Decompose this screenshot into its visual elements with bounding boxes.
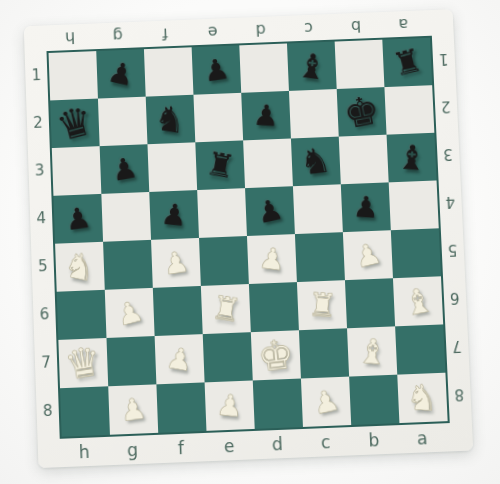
- square-a4[interactable]: [389, 180, 439, 230]
- black-rook-piece[interactable]: ♜: [389, 44, 425, 82]
- rank-label-right-3: 3: [443, 145, 453, 163]
- square-h8[interactable]: [60, 386, 110, 436]
- file-label-bottom-g: g: [127, 440, 139, 461]
- square-e6[interactable]: ♜: [201, 284, 251, 334]
- square-f8[interactable]: [156, 382, 206, 432]
- rank-label-right-7: 7: [452, 337, 462, 355]
- square-e5[interactable]: [199, 236, 249, 286]
- square-g2[interactable]: [98, 97, 148, 147]
- file-label-bottom-c: c: [321, 432, 331, 453]
- square-c8[interactable]: ♟: [301, 377, 351, 427]
- square-b3[interactable]: [339, 135, 389, 185]
- square-h1[interactable]: [49, 51, 98, 100]
- file-label-bottom-d: d: [272, 434, 284, 455]
- white-pawn-piece[interactable]: ♟: [215, 390, 244, 422]
- square-c2[interactable]: [289, 89, 339, 138]
- square-d8[interactable]: [253, 379, 303, 429]
- square-e4[interactable]: [197, 188, 247, 238]
- square-f7[interactable]: ♟: [155, 334, 205, 384]
- square-a2[interactable]: [384, 85, 434, 134]
- file-label-top-e: e: [208, 22, 219, 41]
- white-pawn-piece[interactable]: ♟: [257, 243, 286, 275]
- rank-label-left-3: 3: [35, 161, 45, 179]
- square-a6[interactable]: ♝: [393, 276, 443, 326]
- square-e8[interactable]: ♟: [205, 380, 255, 430]
- square-a8[interactable]: ♞: [397, 373, 447, 423]
- rank-label-left-5: 5: [38, 257, 48, 275]
- square-b5[interactable]: ♟: [343, 230, 393, 280]
- white-bishop-piece[interactable]: ♝: [356, 333, 389, 370]
- white-pawn-piece[interactable]: ♟: [113, 295, 146, 330]
- file-label-bottom-a: a: [417, 428, 428, 449]
- square-b1[interactable]: [335, 40, 385, 89]
- rank-label-right-6: 6: [450, 289, 460, 307]
- product-photo-background: hgfedcba 12345678 ♟♟♝♜♛♞♟♚♟♜♞♝♟♟♟♟♞♟♟♟♟♜…: [0, 0, 500, 484]
- file-label-top-a: a: [398, 14, 409, 33]
- square-g6[interactable]: ♟: [105, 288, 155, 338]
- white-rook-piece[interactable]: ♜: [307, 288, 338, 322]
- rank-label-right-2: 2: [441, 97, 451, 115]
- white-queen-piece[interactable]: ♛: [62, 340, 104, 386]
- square-h5[interactable]: ♞: [55, 242, 105, 292]
- square-g3[interactable]: ♟: [100, 144, 150, 194]
- white-pawn-piece[interactable]: ♟: [161, 246, 191, 279]
- square-f1[interactable]: [144, 47, 194, 96]
- black-queen-piece[interactable]: ♛: [52, 99, 97, 147]
- square-h6[interactable]: [57, 290, 107, 340]
- square-d2[interactable]: ♟: [241, 91, 291, 140]
- file-label-bottom-e: e: [224, 436, 235, 457]
- square-e3[interactable]: ♜: [195, 140, 245, 190]
- square-f2[interactable]: ♞: [146, 95, 196, 145]
- black-knight-piece[interactable]: ♞: [152, 100, 188, 139]
- black-king-piece[interactable]: ♚: [340, 89, 383, 135]
- square-h2[interactable]: ♛: [50, 99, 99, 149]
- square-d1[interactable]: [239, 43, 289, 92]
- square-a3[interactable]: ♝: [387, 133, 437, 183]
- square-b6[interactable]: [345, 278, 395, 328]
- square-h7[interactable]: ♛: [58, 338, 108, 388]
- square-g7[interactable]: [106, 336, 156, 386]
- square-d4[interactable]: ♟: [245, 186, 295, 236]
- black-pawn-piece[interactable]: ♟: [105, 57, 136, 90]
- file-label-top-c: c: [303, 18, 313, 37]
- black-rook-piece[interactable]: ♜: [203, 147, 237, 183]
- file-label-top-b: b: [350, 16, 361, 35]
- black-bishop-piece[interactable]: ♝: [395, 139, 428, 175]
- file-label-top-f: f: [162, 24, 168, 43]
- file-label-top-g: g: [112, 26, 123, 45]
- square-d6[interactable]: [249, 282, 299, 332]
- chess-mat: hgfedcba 12345678 ♟♟♝♜♛♞♟♚♟♜♞♝♟♟♟♟♞♟♟♟♟♜…: [24, 9, 473, 468]
- rank-label-left-6: 6: [39, 305, 49, 323]
- white-pawn-piece[interactable]: ♟: [310, 384, 342, 419]
- square-g4[interactable]: [101, 192, 151, 242]
- rank-label-right-5: 5: [448, 241, 458, 259]
- square-g5[interactable]: [103, 240, 153, 290]
- rank-label-left-8: 8: [43, 402, 53, 421]
- rank-label-left-7: 7: [41, 353, 51, 372]
- square-h4[interactable]: ♟: [53, 194, 103, 244]
- square-c3[interactable]: ♞: [291, 137, 341, 187]
- black-pawn-piece[interactable]: ♟: [252, 100, 280, 130]
- square-b2[interactable]: ♚: [337, 87, 387, 136]
- square-b4[interactable]: ♟: [341, 182, 391, 232]
- white-bishop-piece[interactable]: ♝: [400, 282, 437, 321]
- square-f3[interactable]: [147, 142, 197, 192]
- square-a1[interactable]: ♜: [382, 38, 432, 87]
- black-bishop-piece[interactable]: ♝: [295, 48, 329, 85]
- white-pawn-piece[interactable]: ♟: [164, 343, 195, 376]
- square-h3[interactable]: [52, 146, 102, 196]
- square-e7[interactable]: [203, 332, 253, 382]
- square-f4[interactable]: ♟: [149, 190, 199, 240]
- square-c1[interactable]: ♝: [287, 42, 337, 91]
- square-b7[interactable]: ♝: [347, 326, 397, 376]
- file-label-top-d: d: [255, 20, 266, 39]
- chess-board: ♟♟♝♜♛♞♟♚♟♜♞♝♟♟♟♟♞♟♟♟♟♜♜♝♛♟♚♝♟♟♟♞: [46, 36, 449, 439]
- file-label-bottom-b: b: [368, 430, 380, 451]
- square-c5[interactable]: [295, 232, 345, 282]
- square-c4[interactable]: [293, 184, 343, 234]
- rank-label-right-1: 1: [439, 50, 449, 68]
- rank-label-left-2: 2: [33, 114, 43, 132]
- file-label-bottom-f: f: [178, 438, 185, 458]
- square-d3[interactable]: [243, 138, 293, 188]
- square-g1[interactable]: ♟: [96, 49, 145, 98]
- black-pawn-piece[interactable]: ♟: [63, 203, 93, 235]
- white-king-piece[interactable]: ♚: [255, 333, 296, 378]
- rank-label-left-4: 4: [36, 209, 46, 227]
- black-pawn-piece[interactable]: ♟: [109, 153, 140, 186]
- square-a7[interactable]: [395, 324, 445, 374]
- black-knight-piece[interactable]: ♞: [298, 142, 334, 181]
- white-pawn-piece[interactable]: ♟: [118, 393, 148, 426]
- square-f5[interactable]: ♟: [151, 238, 201, 288]
- black-pawn-piece[interactable]: ♟: [160, 199, 189, 230]
- white-knight-piece[interactable]: ♞: [61, 246, 99, 287]
- square-e2[interactable]: [193, 93, 243, 142]
- file-label-bottom-h: h: [79, 442, 91, 463]
- square-g8[interactable]: ♟: [108, 384, 158, 434]
- rank-label-right-4: 4: [445, 193, 455, 211]
- black-pawn-piece[interactable]: ♟: [352, 192, 379, 222]
- black-pawn-piece[interactable]: ♟: [254, 194, 286, 228]
- square-a5[interactable]: [391, 228, 441, 278]
- rank-label-right-8: 8: [454, 385, 464, 404]
- white-pawn-piece[interactable]: ♟: [352, 238, 384, 273]
- white-rook-piece[interactable]: ♜: [209, 291, 242, 327]
- white-knight-piece[interactable]: ♞: [406, 379, 439, 416]
- square-d5[interactable]: ♟: [247, 234, 297, 284]
- rank-label-left-1: 1: [31, 66, 41, 84]
- square-e1[interactable]: ♟: [192, 45, 242, 94]
- square-b8[interactable]: [349, 375, 399, 425]
- square-c6[interactable]: ♜: [297, 280, 347, 330]
- black-pawn-piece[interactable]: ♟: [201, 54, 231, 86]
- square-c7[interactable]: [299, 328, 349, 378]
- square-f6[interactable]: [153, 286, 203, 336]
- square-d7[interactable]: ♚: [251, 330, 301, 380]
- file-label-top-h: h: [65, 28, 76, 47]
